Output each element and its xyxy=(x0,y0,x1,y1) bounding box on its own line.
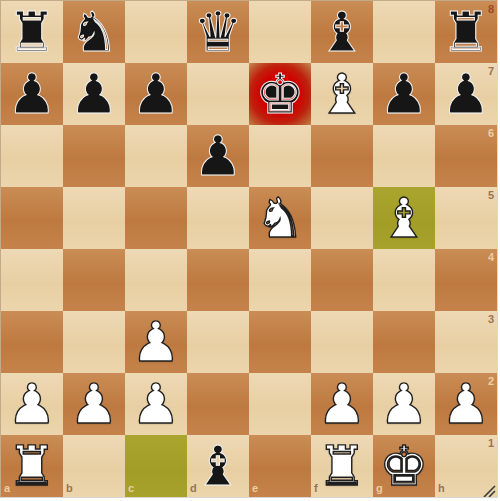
square-d1[interactable]: ♝d xyxy=(187,435,249,497)
square-f3[interactable] xyxy=(311,311,373,373)
piece-white-pawn[interactable]: ♟ xyxy=(373,373,435,435)
square-d4[interactable] xyxy=(187,249,249,311)
coord-file-e: e xyxy=(252,483,258,494)
square-g5[interactable]: ♝ xyxy=(373,187,435,249)
piece-black-bishop[interactable]: ♝ xyxy=(311,1,373,63)
square-e2[interactable] xyxy=(249,373,311,435)
square-g8[interactable] xyxy=(373,1,435,63)
square-h4[interactable]: 4 xyxy=(435,249,497,311)
square-h6[interactable]: 6 xyxy=(435,125,497,187)
square-h3[interactable]: 3 xyxy=(435,311,497,373)
square-f5[interactable] xyxy=(311,187,373,249)
piece-black-pawn[interactable]: ♟ xyxy=(373,63,435,125)
piece-white-rook[interactable]: ♜ xyxy=(1,435,63,497)
piece-black-rook[interactable]: ♜ xyxy=(1,1,63,63)
board-resize-handle[interactable] xyxy=(483,483,496,496)
piece-black-knight[interactable]: ♞ xyxy=(63,1,125,63)
chess-board: ♜♞♛♝♜8♟♟♟♚♝♟♟7♟6♞♝54♟3♟♟♟♟♟♟2♜abc♝de♜f♚g… xyxy=(0,0,498,498)
square-f7[interactable]: ♝ xyxy=(311,63,373,125)
square-g3[interactable] xyxy=(373,311,435,373)
square-g2[interactable]: ♟ xyxy=(373,373,435,435)
piece-black-queen[interactable]: ♛ xyxy=(187,1,249,63)
coord-file-c: c xyxy=(128,483,134,494)
coord-rank-1: 1 xyxy=(488,438,494,449)
square-b8[interactable]: ♞ xyxy=(63,1,125,63)
piece-white-knight[interactable]: ♞ xyxy=(249,187,311,249)
square-e4[interactable] xyxy=(249,249,311,311)
piece-white-bishop[interactable]: ♝ xyxy=(311,63,373,125)
piece-white-pawn[interactable]: ♟ xyxy=(63,373,125,435)
coord-rank-3: 3 xyxy=(488,314,494,325)
piece-black-bishop[interactable]: ♝ xyxy=(187,435,249,497)
piece-black-pawn[interactable]: ♟ xyxy=(435,63,497,125)
square-e5[interactable]: ♞ xyxy=(249,187,311,249)
square-a8[interactable]: ♜ xyxy=(1,1,63,63)
square-c1[interactable]: c xyxy=(125,435,187,497)
piece-black-pawn[interactable]: ♟ xyxy=(125,63,187,125)
piece-white-rook[interactable]: ♜ xyxy=(311,435,373,497)
square-e8[interactable] xyxy=(249,1,311,63)
square-f1[interactable]: ♜f xyxy=(311,435,373,497)
square-c5[interactable] xyxy=(125,187,187,249)
piece-white-pawn[interactable]: ♟ xyxy=(1,373,63,435)
square-d3[interactable] xyxy=(187,311,249,373)
square-a6[interactable] xyxy=(1,125,63,187)
piece-black-rook[interactable]: ♜ xyxy=(435,1,497,63)
piece-black-pawn[interactable]: ♟ xyxy=(1,63,63,125)
square-f4[interactable] xyxy=(311,249,373,311)
square-e1[interactable]: e xyxy=(249,435,311,497)
coord-rank-4: 4 xyxy=(488,252,494,263)
piece-black-pawn[interactable]: ♟ xyxy=(187,125,249,187)
square-f8[interactable]: ♝ xyxy=(311,1,373,63)
square-c7[interactable]: ♟ xyxy=(125,63,187,125)
coord-rank-6: 6 xyxy=(488,128,494,139)
square-f6[interactable] xyxy=(311,125,373,187)
square-a4[interactable] xyxy=(1,249,63,311)
piece-white-pawn[interactable]: ♟ xyxy=(311,373,373,435)
square-b4[interactable] xyxy=(63,249,125,311)
square-b6[interactable] xyxy=(63,125,125,187)
piece-white-pawn[interactable]: ♟ xyxy=(125,373,187,435)
square-h7[interactable]: ♟7 xyxy=(435,63,497,125)
piece-black-king[interactable]: ♚ xyxy=(249,63,311,125)
square-g7[interactable]: ♟ xyxy=(373,63,435,125)
square-b1[interactable]: b xyxy=(63,435,125,497)
square-d5[interactable] xyxy=(187,187,249,249)
square-h8[interactable]: ♜8 xyxy=(435,1,497,63)
coord-file-b: b xyxy=(66,483,73,494)
square-e3[interactable] xyxy=(249,311,311,373)
square-h5[interactable]: 5 xyxy=(435,187,497,249)
coord-rank-5: 5 xyxy=(488,190,494,201)
square-d2[interactable] xyxy=(187,373,249,435)
square-b3[interactable] xyxy=(63,311,125,373)
square-d7[interactable] xyxy=(187,63,249,125)
square-h2[interactable]: ♟2 xyxy=(435,373,497,435)
square-b7[interactable]: ♟ xyxy=(63,63,125,125)
square-d8[interactable]: ♛ xyxy=(187,1,249,63)
piece-white-pawn[interactable]: ♟ xyxy=(125,311,187,373)
square-g4[interactable] xyxy=(373,249,435,311)
coord-file-h: h xyxy=(438,483,445,494)
square-b2[interactable]: ♟ xyxy=(63,373,125,435)
square-d6[interactable]: ♟ xyxy=(187,125,249,187)
square-c4[interactable] xyxy=(125,249,187,311)
square-c6[interactable] xyxy=(125,125,187,187)
piece-white-bishop[interactable]: ♝ xyxy=(373,187,435,249)
square-a2[interactable]: ♟ xyxy=(1,373,63,435)
square-c8[interactable] xyxy=(125,1,187,63)
square-b5[interactable] xyxy=(63,187,125,249)
square-f2[interactable]: ♟ xyxy=(311,373,373,435)
square-e7[interactable]: ♚ xyxy=(249,63,311,125)
square-a7[interactable]: ♟ xyxy=(1,63,63,125)
square-g1[interactable]: ♚g xyxy=(373,435,435,497)
square-a5[interactable] xyxy=(1,187,63,249)
square-g6[interactable] xyxy=(373,125,435,187)
square-e6[interactable] xyxy=(249,125,311,187)
square-c2[interactable]: ♟ xyxy=(125,373,187,435)
square-a1[interactable]: ♜a xyxy=(1,435,63,497)
square-h1[interactable]: h1 xyxy=(435,435,497,497)
square-c3[interactable]: ♟ xyxy=(125,311,187,373)
square-a3[interactable] xyxy=(1,311,63,373)
piece-white-king[interactable]: ♚ xyxy=(373,435,435,497)
piece-white-pawn[interactable]: ♟ xyxy=(435,373,497,435)
piece-black-pawn[interactable]: ♟ xyxy=(63,63,125,125)
